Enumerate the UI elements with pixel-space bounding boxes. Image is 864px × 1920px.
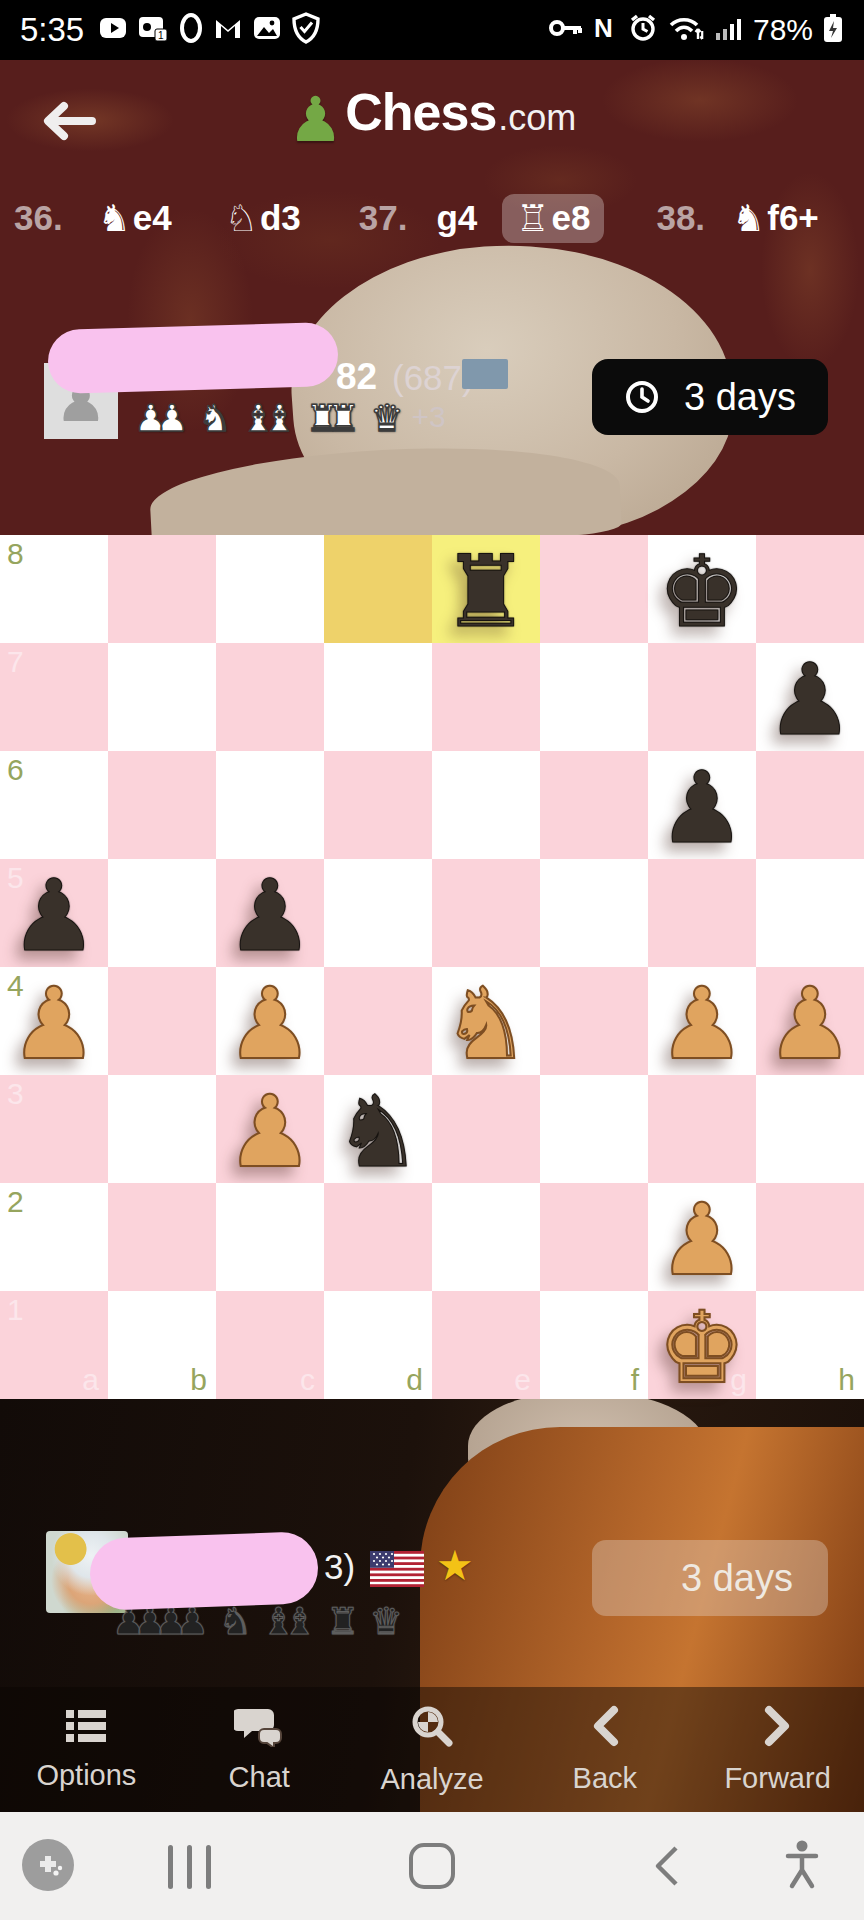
captured-piece-group: ♟♟	[134, 400, 188, 437]
rank-label: 8	[7, 539, 24, 569]
captured-piece-group: ♛	[369, 1603, 402, 1640]
gamepad-fab-icon	[31, 1848, 65, 1882]
square-f2[interactable]	[540, 1183, 648, 1291]
square-d4[interactable]	[324, 967, 432, 1075]
move-text: 36.	[14, 198, 63, 238]
logo-text: Chess	[345, 82, 496, 142]
move-token[interactable]: ♖e8	[502, 194, 604, 243]
home-button[interactable]	[409, 1843, 455, 1889]
square-c6[interactable]	[216, 751, 324, 859]
notification-icons: 1	[98, 12, 321, 48]
analyze-button[interactable]: Analyze	[346, 1687, 519, 1812]
move-number: 38.	[656, 198, 705, 238]
black-pawn[interactable]: ♟	[756, 643, 864, 751]
black-rook[interactable]: ♜	[432, 535, 540, 643]
screen-record-icon: 1	[137, 13, 169, 47]
material-advantage: +3	[411, 400, 445, 437]
captured-piece-group: ♜♜	[306, 400, 360, 437]
chat-button[interactable]: Chat	[173, 1687, 346, 1812]
square-c5[interactable]: ♟	[216, 859, 324, 967]
file-label: e	[514, 1365, 531, 1395]
move-forward-button[interactable]: Forward	[691, 1687, 864, 1812]
square-a5[interactable]: 5♟	[0, 859, 108, 967]
square-d2[interactable]	[324, 1183, 432, 1291]
svg-text:N: N	[594, 13, 613, 43]
black-pawn[interactable]: ♟	[0, 859, 108, 967]
square-b4[interactable]	[108, 967, 216, 1075]
square-g6[interactable]: ♟	[648, 751, 756, 859]
square-f4[interactable]	[540, 967, 648, 1075]
accessibility-button[interactable]	[782, 1838, 822, 1894]
square-e5[interactable]	[432, 859, 540, 967]
square-f3[interactable]	[540, 1075, 648, 1183]
square-f8[interactable]	[540, 535, 648, 643]
wifi-icon	[667, 13, 705, 47]
knight-outline-figurine: ♘	[225, 197, 258, 240]
file-label: d	[406, 1365, 423, 1395]
square-d3[interactable]: ♞	[324, 1075, 432, 1183]
back-label: Back	[573, 1762, 637, 1795]
gallery-icon	[252, 13, 282, 47]
square-h2[interactable]	[756, 1183, 864, 1291]
square-a8[interactable]: 8	[0, 535, 108, 643]
square-a7[interactable]: 7	[0, 643, 108, 751]
square-b1[interactable]: b	[108, 1291, 216, 1399]
square-c7[interactable]	[216, 643, 324, 751]
status-bar: 5:35 1 N 78%	[0, 0, 864, 60]
bottom-player-name-redaction	[89, 1531, 319, 1611]
captured-piece-group: ♜	[326, 1603, 359, 1640]
white-pawn[interactable]: ♟	[648, 967, 756, 1075]
square-a3[interactable]: 3	[0, 1075, 108, 1183]
black-king[interactable]: ♚	[648, 535, 756, 643]
top-player-captured-tray: ♟♟♞♝♝♜♜♛+3	[134, 400, 446, 437]
move-number: 36.	[14, 198, 63, 238]
rank-label: 1	[7, 1295, 24, 1325]
nfc-icon: N	[593, 13, 619, 47]
youtube-icon	[98, 13, 128, 47]
square-h1[interactable]: h	[756, 1291, 864, 1399]
svg-text:1: 1	[158, 30, 164, 41]
options-list-icon	[64, 1707, 108, 1749]
square-f1[interactable]: f	[540, 1291, 648, 1399]
top-clock-value: 3 days	[684, 376, 796, 419]
top-player-clock: 3 days	[592, 359, 828, 435]
file-label: b	[190, 1365, 207, 1395]
chevron-right-icon	[761, 1704, 795, 1752]
black-pawn[interactable]: ♟	[216, 859, 324, 967]
file-label: c	[300, 1365, 315, 1395]
square-f6[interactable]	[540, 751, 648, 859]
gmail-icon	[213, 13, 243, 47]
top-player-name-redaction	[47, 322, 339, 394]
square-g2[interactable]: ♟	[648, 1183, 756, 1291]
move-token[interactable]: ♘d3	[225, 197, 301, 240]
chess-board[interactable]: 8♜♚7♟6♟5♟♟4♟♟♞♟♟3♟♞2♟1abcdefg♚h	[0, 535, 864, 1399]
move-token[interactable]: g4	[436, 198, 477, 238]
square-b5[interactable]	[108, 859, 216, 967]
square-a4[interactable]: 4♟	[0, 967, 108, 1075]
top-player-rating: 82	[336, 356, 377, 398]
rook-outline-figurine: ♖	[516, 197, 549, 240]
move-list: 36.♞e4♘d337.g4♖e838.♞f6+	[0, 188, 864, 248]
square-b8[interactable]	[108, 535, 216, 643]
bottom-clock-value: 3 days	[627, 1557, 793, 1600]
captured-piece-group: ♞	[198, 400, 231, 437]
square-a1[interactable]: 1a	[0, 1291, 108, 1399]
bottom-player-rating: 3)	[324, 1547, 355, 1587]
status-time: 5:35	[20, 11, 84, 49]
analyze-label: Analyze	[380, 1763, 483, 1796]
top-artwork-band: ♟ Chess .com 36.♞e4♘d337.g4♖e838.♞f6+ ♟ …	[0, 60, 864, 535]
square-d6[interactable]	[324, 751, 432, 859]
white-pawn[interactable]: ♟	[216, 1075, 324, 1183]
logo-suffix: .com	[498, 97, 576, 142]
black-knight[interactable]: ♞	[324, 1075, 432, 1183]
move-token[interactable]: ♞f6+	[732, 197, 819, 240]
chesscom-logo: ♟ Chess .com	[0, 82, 864, 142]
clock-icon	[624, 379, 660, 415]
square-c8[interactable]	[216, 535, 324, 643]
knight-filled-figurine: ♞	[732, 197, 765, 240]
back-button[interactable]	[652, 1844, 680, 1892]
analyze-magnifier-icon	[409, 1703, 455, 1753]
game-tools-fab[interactable]	[22, 1839, 74, 1891]
square-g1[interactable]: g♚	[648, 1291, 756, 1399]
square-h4[interactable]: ♟	[756, 967, 864, 1075]
white-pawn[interactable]: ♟	[648, 1183, 756, 1291]
ring-icon	[178, 12, 204, 48]
square-b6[interactable]	[108, 751, 216, 859]
options-button[interactable]: Options	[0, 1687, 173, 1812]
move-text: 38.	[656, 198, 705, 238]
square-e3[interactable]	[432, 1075, 540, 1183]
move-text: 37.	[359, 198, 408, 238]
square-g3[interactable]	[648, 1075, 756, 1183]
battery-percent: 78%	[753, 13, 813, 47]
system-status-icons: N 78%	[548, 12, 844, 48]
shield-check-icon	[291, 12, 321, 48]
white-knight[interactable]: ♞	[432, 967, 540, 1075]
move-text: f6+	[767, 198, 819, 238]
square-b3[interactable]	[108, 1075, 216, 1183]
move-back-button[interactable]: Back	[518, 1687, 691, 1812]
chat-bubbles-icon	[234, 1705, 284, 1751]
white-king[interactable]: ♚	[648, 1291, 756, 1399]
square-h7[interactable]: ♟	[756, 643, 864, 751]
game-toolbar: Options Chat Analyze Back Forward	[0, 1687, 864, 1812]
square-h8[interactable]	[756, 535, 864, 643]
square-g7[interactable]	[648, 643, 756, 751]
knight-filled-figurine: ♞	[98, 197, 131, 240]
square-f5[interactable]	[540, 859, 648, 967]
file-label: f	[631, 1365, 639, 1395]
rank-label: 6	[7, 755, 24, 785]
white-pawn[interactable]: ♟	[216, 967, 324, 1075]
top-player-flag-redaction	[462, 359, 508, 389]
rank-label: 3	[7, 1079, 24, 1109]
captured-piece-group: ♝♝	[262, 1603, 316, 1640]
square-a6[interactable]: 6	[0, 751, 108, 859]
square-g4[interactable]: ♟	[648, 967, 756, 1075]
square-c3[interactable]: ♟	[216, 1075, 324, 1183]
square-g8[interactable]: ♚	[648, 535, 756, 643]
chat-label: Chat	[229, 1761, 290, 1794]
square-c4[interactable]: ♟	[216, 967, 324, 1075]
file-label: h	[838, 1365, 855, 1395]
chess-app-screen: 5:35 1 N 78% ♟ Chess .com	[0, 0, 864, 1920]
square-b2[interactable]	[108, 1183, 216, 1291]
android-nav-bar	[0, 1812, 864, 1920]
rank-label: 2	[7, 1187, 24, 1217]
white-pawn[interactable]: ♟	[0, 967, 108, 1075]
square-e8[interactable]: ♜	[432, 535, 540, 643]
recents-button[interactable]	[168, 1845, 211, 1889]
black-pawn[interactable]: ♟	[648, 751, 756, 859]
move-text: d3	[260, 198, 301, 238]
square-g5[interactable]	[648, 859, 756, 967]
move-text: g4	[436, 198, 477, 238]
square-e1[interactable]: e	[432, 1291, 540, 1399]
bottom-player-clock: 3 days	[592, 1540, 828, 1616]
square-e7[interactable]	[432, 643, 540, 751]
square-d8[interactable]	[324, 535, 432, 643]
key-icon	[548, 15, 584, 45]
captured-piece-group: ♛	[370, 400, 403, 437]
rank-label: 7	[7, 647, 24, 677]
square-d5[interactable]	[324, 859, 432, 967]
us-flag-icon	[370, 1551, 424, 1587]
square-h6[interactable]	[756, 751, 864, 859]
signal-icon	[714, 13, 744, 47]
square-c2[interactable]	[216, 1183, 324, 1291]
green-pawn-logo-icon: ♟	[288, 92, 344, 148]
battery-icon	[822, 12, 844, 48]
alarm-icon	[628, 13, 658, 47]
chevron-left-icon	[588, 1704, 622, 1752]
square-e2[interactable]	[432, 1183, 540, 1291]
square-a2[interactable]: 2	[0, 1183, 108, 1291]
move-number: 37.	[359, 198, 408, 238]
square-b7[interactable]	[108, 643, 216, 751]
white-pawn[interactable]: ♟	[756, 967, 864, 1075]
square-e6[interactable]	[432, 751, 540, 859]
move-token[interactable]: ♞e4	[98, 197, 172, 240]
captured-piece-group: ♞	[219, 1603, 252, 1640]
square-d1[interactable]: d	[324, 1291, 432, 1399]
star-badge-icon: ★	[436, 1541, 474, 1590]
move-text: e4	[133, 198, 172, 238]
captured-piece-group: ♝♝	[242, 400, 296, 437]
square-h5[interactable]	[756, 859, 864, 967]
square-d7[interactable]	[324, 643, 432, 751]
move-text: e8	[551, 198, 590, 238]
forward-label: Forward	[724, 1762, 830, 1795]
square-c1[interactable]: c	[216, 1291, 324, 1399]
square-f7[interactable]	[540, 643, 648, 751]
square-e4[interactable]: ♞	[432, 967, 540, 1075]
file-label: a	[82, 1365, 99, 1395]
options-label: Options	[36, 1759, 136, 1792]
square-h3[interactable]	[756, 1075, 864, 1183]
